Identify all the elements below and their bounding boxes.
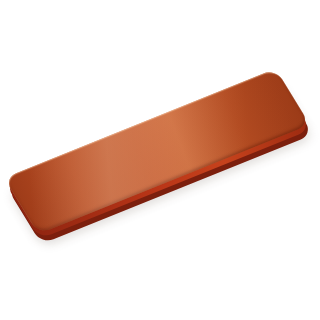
product-photo-stage xyxy=(0,0,320,320)
